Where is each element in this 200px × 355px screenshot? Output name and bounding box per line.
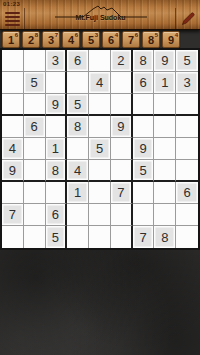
cell-r8c5[interactable] bbox=[89, 204, 111, 226]
cell-r7c2[interactable] bbox=[24, 182, 46, 204]
hamburger-menu-icon bbox=[5, 12, 20, 14]
edit-button[interactable] bbox=[175, 8, 200, 29]
cell-r3c5[interactable] bbox=[89, 94, 111, 116]
numpad-digit: 6 bbox=[108, 34, 114, 46]
cell-r9c2[interactable] bbox=[24, 226, 46, 248]
cell-r2c4[interactable] bbox=[67, 72, 89, 94]
cell-r2c5[interactable]: 4 bbox=[89, 72, 111, 94]
cell-r7c8[interactable] bbox=[154, 182, 176, 204]
cell-r1c8[interactable]: 9 bbox=[154, 50, 176, 72]
cell-r5c1[interactable]: 4 bbox=[2, 138, 24, 160]
app-title: Mt.Fuji Sudoku bbox=[26, 14, 175, 21]
sudoku-board: 36289554613956894159984517676578 bbox=[0, 48, 200, 250]
cell-r5c7[interactable]: 9 bbox=[133, 138, 155, 160]
status-timer: 01:23 bbox=[3, 1, 20, 7]
cell-r6c2[interactable] bbox=[24, 160, 46, 182]
cell-r4c9[interactable] bbox=[176, 116, 198, 138]
numpad-remaining-count: 3 bbox=[95, 32, 98, 38]
cell-r2c1[interactable] bbox=[2, 72, 24, 94]
cell-r3c7[interactable] bbox=[133, 94, 155, 116]
cell-r5c2[interactable] bbox=[24, 138, 46, 160]
cell-r8c9[interactable] bbox=[176, 204, 198, 226]
cell-r9c9[interactable] bbox=[176, 226, 198, 248]
cell-r7c5[interactable] bbox=[89, 182, 111, 204]
cell-r9c6[interactable] bbox=[111, 226, 133, 248]
cell-r9c3[interactable]: 5 bbox=[46, 226, 68, 248]
cell-r4c2[interactable]: 6 bbox=[24, 116, 46, 138]
cell-r5c8[interactable] bbox=[154, 138, 176, 160]
cell-r9c8[interactable]: 8 bbox=[154, 226, 176, 248]
cell-r4c1[interactable] bbox=[2, 116, 24, 138]
numpad-remaining-count: 6 bbox=[135, 32, 138, 38]
cell-r6c9[interactable] bbox=[176, 160, 198, 182]
cell-r8c1[interactable]: 7 bbox=[2, 204, 24, 226]
cell-r2c9[interactable]: 3 bbox=[176, 72, 198, 94]
numpad-remaining-count: 4 bbox=[175, 32, 178, 38]
app-screen: 01:23 Mt.Fuji Sudoku 162837465364768594 … bbox=[0, 0, 200, 355]
toolbar: 01:23 Mt.Fuji Sudoku bbox=[0, 0, 200, 30]
cell-r5c6[interactable] bbox=[111, 138, 133, 160]
cell-r1c5[interactable] bbox=[89, 50, 111, 72]
cell-r6c8[interactable] bbox=[154, 160, 176, 182]
cell-r2c2[interactable]: 5 bbox=[24, 72, 46, 94]
numpad-remaining-count: 6 bbox=[75, 32, 78, 38]
cell-r3c3[interactable]: 9 bbox=[46, 94, 68, 116]
cell-r5c4[interactable] bbox=[67, 138, 89, 160]
numpad-remaining-count: 7 bbox=[55, 32, 58, 38]
title-area: Mt.Fuji Sudoku bbox=[26, 6, 175, 28]
cell-r4c5[interactable] bbox=[89, 116, 111, 138]
cell-r6c6[interactable] bbox=[111, 160, 133, 182]
numpad-digit: 4 bbox=[68, 34, 74, 46]
cell-r3c9[interactable] bbox=[176, 94, 198, 116]
cell-r2c8[interactable]: 1 bbox=[154, 72, 176, 94]
cell-r4c6[interactable]: 9 bbox=[111, 116, 133, 138]
numpad-button-1[interactable]: 16 bbox=[2, 31, 20, 48]
numpad-button-7[interactable]: 76 bbox=[122, 31, 140, 48]
numpad-button-9[interactable]: 94 bbox=[162, 31, 180, 48]
cell-r7c3[interactable] bbox=[46, 182, 68, 204]
cell-r8c7[interactable] bbox=[133, 204, 155, 226]
cell-r1c7[interactable]: 8 bbox=[133, 50, 155, 72]
numpad-button-4[interactable]: 46 bbox=[62, 31, 80, 48]
numpad-button-3[interactable]: 37 bbox=[42, 31, 60, 48]
cell-r3c8[interactable] bbox=[154, 94, 176, 116]
cell-r5c3[interactable]: 1 bbox=[46, 138, 68, 160]
cell-r4c7[interactable] bbox=[133, 116, 155, 138]
cell-r1c1[interactable] bbox=[2, 50, 24, 72]
numpad-remaining-count: 5 bbox=[155, 32, 158, 38]
cell-r1c2[interactable] bbox=[24, 50, 46, 72]
numpad-digit: 3 bbox=[48, 34, 54, 46]
numpad-digit: 1 bbox=[8, 34, 14, 46]
numpad-button-8[interactable]: 85 bbox=[142, 31, 160, 48]
cell-r4c3[interactable] bbox=[46, 116, 68, 138]
cell-r8c3[interactable]: 6 bbox=[46, 204, 68, 226]
cell-r8c8[interactable] bbox=[154, 204, 176, 226]
cell-r2c6[interactable] bbox=[111, 72, 133, 94]
numpad-remaining-count: 8 bbox=[35, 32, 38, 38]
cell-r3c2[interactable] bbox=[24, 94, 46, 116]
numpad-digit: 5 bbox=[88, 34, 94, 46]
cell-r1c6[interactable]: 2 bbox=[111, 50, 133, 72]
cell-r1c3[interactable]: 3 bbox=[46, 50, 68, 72]
cell-r9c5[interactable] bbox=[89, 226, 111, 248]
numpad-remaining-count: 4 bbox=[115, 32, 118, 38]
cell-r6c5[interactable] bbox=[89, 160, 111, 182]
numpad-digit: 2 bbox=[28, 34, 34, 46]
cell-r7c7[interactable] bbox=[133, 182, 155, 204]
cell-r1c4[interactable]: 6 bbox=[67, 50, 89, 72]
numpad-digit: 9 bbox=[168, 34, 174, 46]
cell-r5c9[interactable] bbox=[176, 138, 198, 160]
menu-button[interactable] bbox=[0, 8, 25, 29]
numpad-digit: 8 bbox=[148, 34, 154, 46]
numpad-digit: 7 bbox=[128, 34, 134, 46]
cell-r6c7[interactable]: 5 bbox=[133, 160, 155, 182]
cell-r8c4[interactable] bbox=[67, 204, 89, 226]
number-pad: 162837465364768594 bbox=[2, 31, 180, 48]
cell-r1c9[interactable]: 5 bbox=[176, 50, 198, 72]
cell-r3c6[interactable] bbox=[111, 94, 133, 116]
cell-r4c8[interactable] bbox=[154, 116, 176, 138]
cell-r7c6[interactable]: 7 bbox=[111, 182, 133, 204]
cell-r9c1[interactable] bbox=[2, 226, 24, 248]
cell-r7c4[interactable]: 1 bbox=[67, 182, 89, 204]
pencil-icon bbox=[180, 11, 196, 27]
numpad-button-5[interactable]: 53 bbox=[82, 31, 100, 48]
cell-r3c4[interactable]: 5 bbox=[67, 94, 89, 116]
numpad-button-6[interactable]: 64 bbox=[102, 31, 120, 48]
numpad-remaining-count: 6 bbox=[15, 32, 18, 38]
cell-r7c1[interactable] bbox=[2, 182, 24, 204]
cell-r6c4[interactable]: 4 bbox=[67, 160, 89, 182]
cell-r8c2[interactable] bbox=[24, 204, 46, 226]
cell-r9c4[interactable] bbox=[67, 226, 89, 248]
cell-r4c4[interactable]: 8 bbox=[67, 116, 89, 138]
cell-r5c5[interactable]: 5 bbox=[89, 138, 111, 160]
cell-r9c7[interactable]: 7 bbox=[133, 226, 155, 248]
cell-r3c1[interactable] bbox=[2, 94, 24, 116]
cell-r6c1[interactable]: 9 bbox=[2, 160, 24, 182]
cell-r2c7[interactable]: 6 bbox=[133, 72, 155, 94]
cell-r2c3[interactable] bbox=[46, 72, 68, 94]
cell-r8c6[interactable] bbox=[111, 204, 133, 226]
numpad-button-2[interactable]: 28 bbox=[22, 31, 40, 48]
cell-r7c9[interactable]: 6 bbox=[176, 182, 198, 204]
cell-r6c3[interactable]: 8 bbox=[46, 160, 68, 182]
